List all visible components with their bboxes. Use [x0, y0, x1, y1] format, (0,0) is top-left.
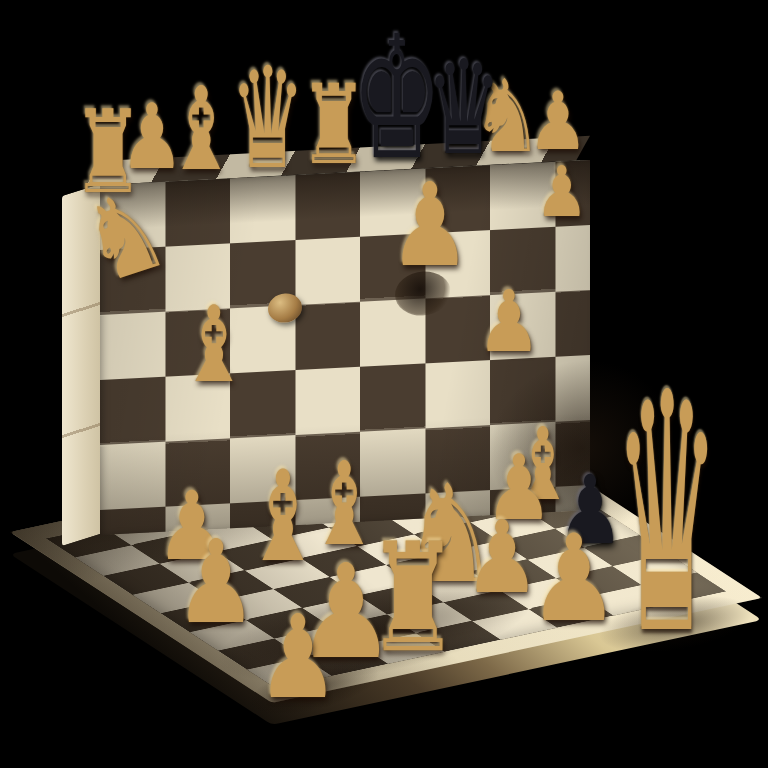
piece-gold-pawn[interactable]: ♟ — [389, 168, 471, 283]
piece-gold-pawn[interactable]: ♟ — [477, 279, 542, 364]
piece-gold-rook[interactable]: ♜ — [299, 70, 368, 180]
piece-gold-pawn[interactable]: ♟ — [535, 157, 588, 227]
piece-gold-bishop[interactable]: ♝ — [165, 72, 237, 187]
chess-scene: ♟♞♛♚♜♟♛♝♜ ♟♟♞♟♝ ♝♟♟♝♟♝♞♟♟♟♛♜♟♟ — [0, 0, 768, 768]
piece-gold-pawn[interactable]: ♟ — [175, 525, 257, 640]
piece-gold-queen[interactable]: ♛ — [614, 350, 721, 680]
piece-gold-queen[interactable]: ♛ — [230, 49, 305, 189]
piece-gold-pawn[interactable]: ♟ — [528, 519, 619, 639]
piece-gold-bishop[interactable]: ♝ — [179, 293, 250, 398]
piece-gold-pawn[interactable]: ♟ — [257, 600, 339, 715]
